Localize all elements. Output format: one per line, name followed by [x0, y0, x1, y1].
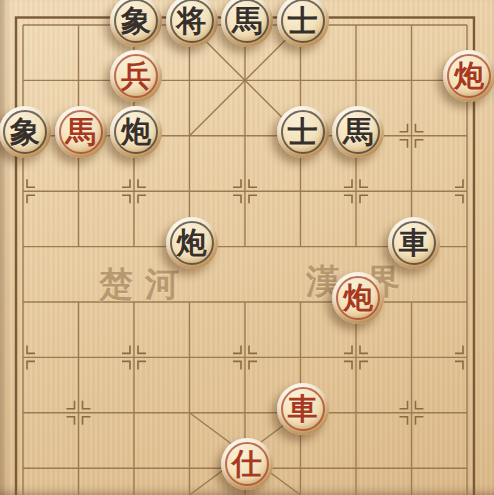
- piece-character: 車: [288, 394, 318, 424]
- piece-character: 馬: [232, 6, 262, 36]
- piece-black-elephant[interactable]: 象: [110, 0, 162, 47]
- piece-character: 炮: [343, 283, 373, 313]
- piece-black-cannon[interactable]: 炮: [166, 217, 218, 269]
- piece-red-chariot[interactable]: 車: [277, 383, 329, 435]
- piece-character: 馬: [343, 117, 373, 147]
- piece-character: 馬: [66, 117, 96, 147]
- piece-red-advisor[interactable]: 仕: [221, 438, 273, 490]
- piece-character: 士: [288, 6, 318, 36]
- piece-red-cannon[interactable]: 炮: [443, 50, 494, 102]
- piece-black-cannon[interactable]: 炮: [110, 106, 162, 158]
- piece-character: 炮: [454, 61, 484, 91]
- piece-character: 将: [177, 6, 207, 36]
- piece-black-chariot[interactable]: 車: [388, 217, 440, 269]
- piece-red-horse[interactable]: 馬: [55, 106, 107, 158]
- piece-black-horse[interactable]: 馬: [332, 106, 384, 158]
- piece-black-horse[interactable]: 馬: [221, 0, 273, 47]
- piece-red-soldier[interactable]: 兵: [110, 50, 162, 102]
- piece-character: 炮: [177, 228, 207, 258]
- piece-black-general[interactable]: 将: [166, 0, 218, 47]
- piece-character: 炮: [121, 117, 151, 147]
- piece-character: 象: [121, 6, 151, 36]
- piece-red-cannon[interactable]: 炮: [332, 272, 384, 324]
- piece-character: 象: [10, 117, 40, 147]
- piece-character: 仕: [232, 449, 262, 479]
- board-intersections-grid[interactable]: 象将馬士兵炮象馬炮士馬炮車炮車仕: [0, 0, 494, 495]
- piece-black-elephant[interactable]: 象: [0, 106, 51, 158]
- piece-character: 兵: [121, 61, 151, 91]
- piece-black-advisor[interactable]: 士: [277, 106, 329, 158]
- piece-character: 車: [399, 228, 429, 258]
- piece-black-advisor[interactable]: 士: [277, 0, 329, 47]
- piece-character: 士: [288, 117, 318, 147]
- xiangqi-board: 楚河 漢界 象将馬士兵炮象馬炮士馬炮車炮車仕: [0, 0, 494, 495]
